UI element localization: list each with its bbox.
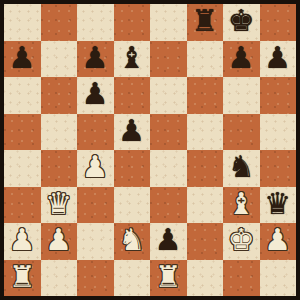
- white-pawn-icon: ♟: [82, 152, 109, 182]
- black-pawn-icon: ♟: [118, 116, 145, 146]
- square-g4[interactable]: ♞: [223, 150, 260, 187]
- square-c1[interactable]: [77, 260, 114, 297]
- square-h2[interactable]: ♟: [260, 223, 297, 260]
- black-rook-icon: ♜: [191, 6, 218, 36]
- black-pawn-icon: ♟: [82, 43, 109, 73]
- black-pawn-icon: ♟: [228, 43, 255, 73]
- square-f6[interactable]: [187, 77, 224, 114]
- white-knight-icon: ♞: [118, 225, 145, 255]
- white-rook-icon: ♜: [9, 262, 36, 292]
- square-f8[interactable]: ♜: [187, 4, 224, 41]
- square-e2[interactable]: ♟: [150, 223, 187, 260]
- square-h1[interactable]: [260, 260, 297, 297]
- black-king-icon: ♚: [228, 6, 255, 36]
- square-c6[interactable]: ♟: [77, 77, 114, 114]
- black-pawn-icon: ♟: [9, 43, 36, 73]
- square-b6[interactable]: [41, 77, 78, 114]
- square-h8[interactable]: [260, 4, 297, 41]
- square-a5[interactable]: [4, 114, 41, 151]
- square-d6[interactable]: [114, 77, 151, 114]
- square-g1[interactable]: [223, 260, 260, 297]
- square-a6[interactable]: [4, 77, 41, 114]
- square-e7[interactable]: [150, 41, 187, 78]
- square-b3[interactable]: ♛: [41, 187, 78, 224]
- square-g6[interactable]: [223, 77, 260, 114]
- square-e3[interactable]: [150, 187, 187, 224]
- square-g2[interactable]: ♚: [223, 223, 260, 260]
- square-a7[interactable]: ♟: [4, 41, 41, 78]
- black-pawn-icon: ♟: [264, 43, 291, 73]
- square-h3[interactable]: ♛: [260, 187, 297, 224]
- square-g8[interactable]: ♚: [223, 4, 260, 41]
- square-d2[interactable]: ♞: [114, 223, 151, 260]
- square-a1[interactable]: ♜: [4, 260, 41, 297]
- black-pawn-icon: ♟: [82, 79, 109, 109]
- square-c8[interactable]: [77, 4, 114, 41]
- square-d5[interactable]: ♟: [114, 114, 151, 151]
- square-e5[interactable]: [150, 114, 187, 151]
- square-b8[interactable]: [41, 4, 78, 41]
- board-grid: ♜♚♟♟♝♟♟♟♟♟♞♛♝♛♟♟♞♟♚♟♜♜: [4, 4, 296, 296]
- square-c3[interactable]: [77, 187, 114, 224]
- square-b4[interactable]: [41, 150, 78, 187]
- square-e4[interactable]: [150, 150, 187, 187]
- square-f2[interactable]: [187, 223, 224, 260]
- square-c2[interactable]: [77, 223, 114, 260]
- square-a2[interactable]: ♟: [4, 223, 41, 260]
- square-h4[interactable]: [260, 150, 297, 187]
- white-king-icon: ♚: [228, 225, 255, 255]
- square-h6[interactable]: [260, 77, 297, 114]
- square-c4[interactable]: ♟: [77, 150, 114, 187]
- square-h7[interactable]: ♟: [260, 41, 297, 78]
- white-bishop-icon: ♝: [228, 189, 255, 219]
- square-f5[interactable]: [187, 114, 224, 151]
- square-d4[interactable]: [114, 150, 151, 187]
- white-pawn-icon: ♟: [264, 225, 291, 255]
- square-a4[interactable]: [4, 150, 41, 187]
- square-c5[interactable]: [77, 114, 114, 151]
- square-e8[interactable]: [150, 4, 187, 41]
- black-pawn-icon: ♟: [155, 225, 182, 255]
- square-a8[interactable]: [4, 4, 41, 41]
- white-pawn-icon: ♟: [9, 225, 36, 255]
- white-queen-icon: ♛: [45, 189, 72, 219]
- square-b5[interactable]: [41, 114, 78, 151]
- square-d7[interactable]: ♝: [114, 41, 151, 78]
- square-e6[interactable]: [150, 77, 187, 114]
- square-f3[interactable]: [187, 187, 224, 224]
- square-b1[interactable]: [41, 260, 78, 297]
- chess-board: ♜♚♟♟♝♟♟♟♟♟♞♛♝♛♟♟♞♟♚♟♜♜: [0, 0, 300, 300]
- square-f4[interactable]: [187, 150, 224, 187]
- square-c7[interactable]: ♟: [77, 41, 114, 78]
- square-g3[interactable]: ♝: [223, 187, 260, 224]
- square-f1[interactable]: [187, 260, 224, 297]
- white-rook-icon: ♜: [155, 262, 182, 292]
- square-g7[interactable]: ♟: [223, 41, 260, 78]
- square-e1[interactable]: ♜: [150, 260, 187, 297]
- square-g5[interactable]: [223, 114, 260, 151]
- square-h5[interactable]: [260, 114, 297, 151]
- square-d3[interactable]: [114, 187, 151, 224]
- white-pawn-icon: ♟: [45, 225, 72, 255]
- square-b2[interactable]: ♟: [41, 223, 78, 260]
- black-knight-icon: ♞: [228, 152, 255, 182]
- square-d8[interactable]: [114, 4, 151, 41]
- black-bishop-icon: ♝: [118, 43, 145, 73]
- square-b7[interactable]: [41, 41, 78, 78]
- square-d1[interactable]: [114, 260, 151, 297]
- square-a3[interactable]: [4, 187, 41, 224]
- black-queen-icon: ♛: [264, 189, 291, 219]
- square-f7[interactable]: [187, 41, 224, 78]
